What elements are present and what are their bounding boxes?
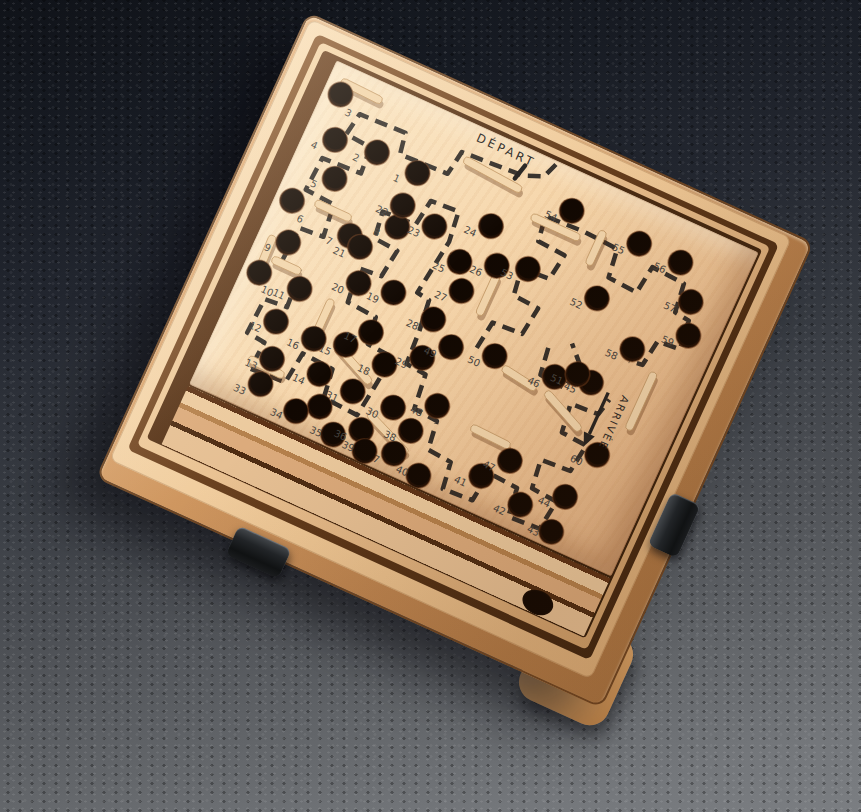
hole-number-1: 1 — [392, 172, 402, 185]
arrivee-label: ARRIVÉE — [596, 394, 631, 452]
hole-number-5: 5 — [309, 178, 319, 191]
hole-number-24: 24 — [462, 224, 478, 239]
hole-number-27: 27 — [433, 288, 449, 303]
hole-number-4: 4 — [309, 139, 319, 152]
hole-number-3: 3 — [343, 106, 353, 119]
hole-number-16: 16 — [285, 336, 301, 351]
hole-number-20: 20 — [330, 281, 346, 296]
hole-number-6: 6 — [295, 213, 305, 226]
hole-number-52: 52 — [568, 296, 584, 311]
hole-number-34: 34 — [268, 406, 284, 421]
hole-number-58: 58 — [604, 347, 620, 362]
hole-number-25: 25 — [431, 259, 447, 274]
scene: 1234567891011121314151617181920212223242… — [0, 0, 861, 812]
hole-number-55: 55 — [610, 241, 626, 256]
hole-number-48: 48 — [408, 404, 424, 419]
hole-number-22: 22 — [374, 203, 390, 218]
hole-number-41: 41 — [452, 474, 468, 489]
hole-number-2: 2 — [351, 151, 361, 164]
hole-number-42: 42 — [491, 502, 507, 517]
hole-number-8: 8 — [371, 226, 381, 239]
hole-number-56: 56 — [652, 260, 668, 275]
hole-number-33: 33 — [232, 382, 248, 397]
hole-number-50: 50 — [466, 354, 482, 369]
